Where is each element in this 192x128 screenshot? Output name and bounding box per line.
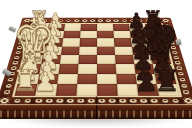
pieces-layer: ♜♞♝♛♚♝♞♜♟♟♟♟♟♟♟♟♟♟♟♟♟♟♟♟♜♞♝♛♚♝♞♜: [0, 0, 192, 128]
piece-white-rook: ♜: [12, 66, 38, 95]
chess-set-photo: ♜♞♝♛♚♝♞♜♟♟♟♟♟♟♟♟♟♟♟♟♟♟♟♟♜♞♝♛♚♝♞♜: [0, 0, 192, 128]
piece-black-pawn: ♟: [135, 69, 159, 95]
